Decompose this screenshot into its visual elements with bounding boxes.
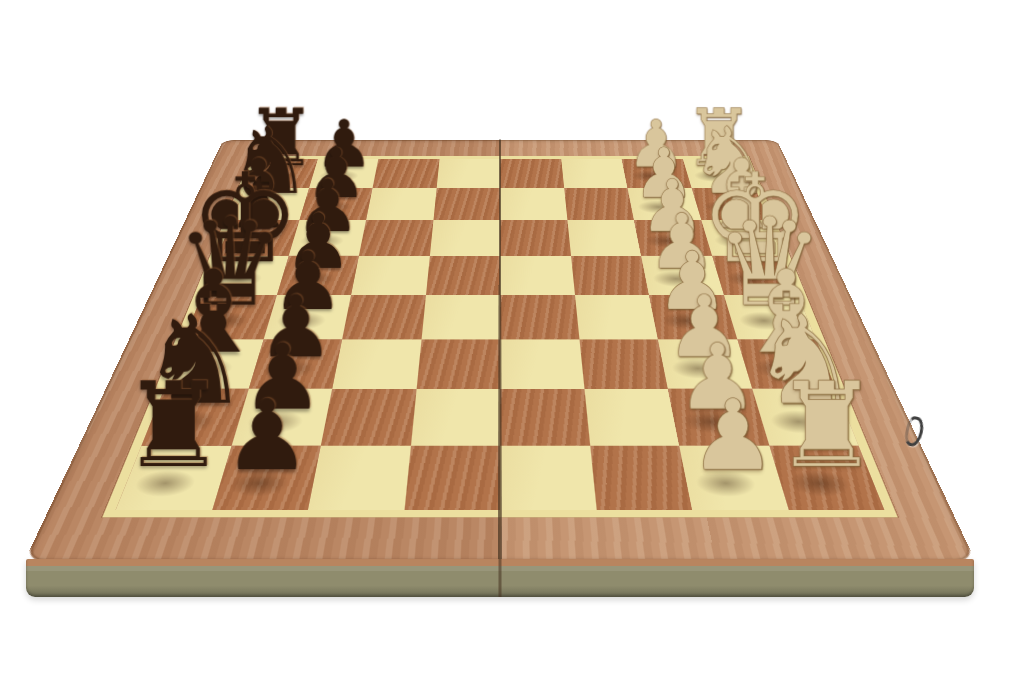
square-h4 bbox=[500, 159, 564, 188]
square-a1: ♜ bbox=[769, 445, 885, 510]
piece-black-pawn: ♟ bbox=[223, 389, 311, 482]
square-e6 bbox=[351, 256, 429, 295]
piece-white-pawn: ♟ bbox=[689, 389, 777, 482]
square-d5 bbox=[421, 295, 500, 339]
square-f5 bbox=[429, 220, 500, 255]
piece-black-rook: ♜ bbox=[121, 370, 226, 482]
square-f6 bbox=[359, 220, 433, 255]
square-c3 bbox=[579, 339, 668, 389]
square-a4 bbox=[500, 445, 596, 510]
square-a2: ♟ bbox=[679, 445, 788, 510]
square-f4 bbox=[500, 220, 571, 255]
square-a8: ♜ bbox=[116, 445, 232, 510]
photo-scene: ♜♟♟♜♞♟♟♞♝♟♟♝♚♟♟♚♛♟♟♛♝♟♟♝♞♟♟♞♜♟♟♜ bbox=[0, 0, 1024, 682]
square-f3 bbox=[567, 220, 641, 255]
square-e4 bbox=[500, 256, 575, 295]
box-front-edge bbox=[26, 559, 974, 597]
square-a5 bbox=[404, 445, 500, 510]
square-c6 bbox=[332, 339, 421, 389]
square-e5 bbox=[426, 256, 501, 295]
square-d6 bbox=[342, 295, 425, 339]
square-a6 bbox=[308, 445, 411, 510]
piece-white-rook: ♜ bbox=[774, 370, 879, 482]
board-surface: ♜♟♟♜♞♟♟♞♝♟♟♝♚♟♟♚♛♟♟♛♝♟♟♝♞♟♟♞♜♟♟♜ bbox=[25, 140, 976, 561]
chess-board-3d: ♜♟♟♜♞♟♟♞♝♟♟♝♚♟♟♚♛♟♟♛♝♟♟♝♞♟♟♞♜♟♟♜ bbox=[25, 140, 976, 561]
square-d4 bbox=[500, 295, 579, 339]
square-a3 bbox=[590, 445, 693, 510]
square-e3 bbox=[571, 256, 649, 295]
square-d3 bbox=[575, 295, 658, 339]
square-h6 bbox=[372, 159, 439, 188]
square-a7: ♟ bbox=[212, 445, 321, 510]
square-h5 bbox=[436, 159, 500, 188]
square-h3 bbox=[561, 159, 628, 188]
square-c5 bbox=[416, 339, 500, 389]
square-c4 bbox=[500, 339, 584, 389]
fold-seam-front bbox=[499, 559, 502, 597]
